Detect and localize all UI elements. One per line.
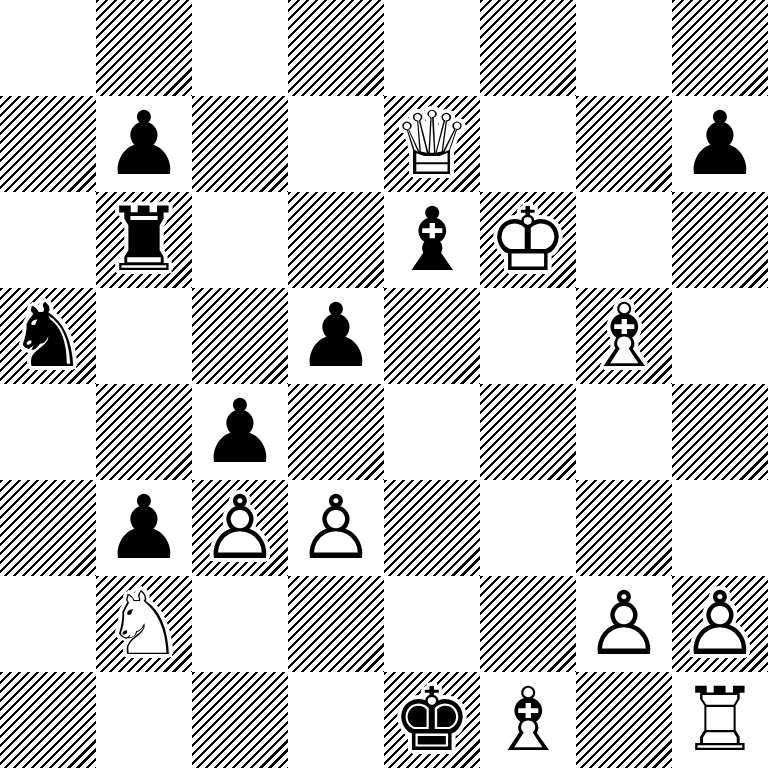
square-c1[interactable] — [192, 672, 288, 768]
square-d7[interactable] — [288, 96, 384, 192]
white-pawn-halo: ♟ — [672, 576, 768, 672]
square-c8[interactable] — [192, 0, 288, 96]
square-b3[interactable]: ♟♟ — [96, 480, 192, 576]
square-g3[interactable] — [576, 480, 672, 576]
white-knight: ♘ — [96, 576, 192, 672]
square-b6[interactable]: ♜♜ — [96, 192, 192, 288]
square-a5[interactable]: ♞♞ — [0, 288, 96, 384]
white-queen-halo: ♛ — [384, 96, 480, 192]
square-d8[interactable] — [288, 0, 384, 96]
square-e7[interactable]: ♛♕ — [384, 96, 480, 192]
square-d1[interactable] — [288, 672, 384, 768]
square-b8[interactable] — [96, 0, 192, 96]
square-g5[interactable]: ♝♗ — [576, 288, 672, 384]
white-bishop-halo: ♝ — [480, 672, 576, 768]
square-h6[interactable] — [672, 192, 768, 288]
square-g1[interactable] — [576, 672, 672, 768]
square-b1[interactable] — [96, 672, 192, 768]
white-pawn: ♙ — [672, 576, 768, 672]
black-pawn-halo: ♟ — [672, 96, 768, 192]
white-king: ♔ — [480, 192, 576, 288]
white-pawn: ♙ — [288, 480, 384, 576]
square-e5[interactable] — [384, 288, 480, 384]
square-e6[interactable]: ♝♝ — [384, 192, 480, 288]
black-pawn-halo: ♟ — [96, 480, 192, 576]
square-c3[interactable]: ♟♙ — [192, 480, 288, 576]
white-rook: ♖ — [672, 672, 768, 768]
square-b2[interactable]: ♞♘ — [96, 576, 192, 672]
square-a2[interactable] — [0, 576, 96, 672]
black-pawn: ♟ — [96, 480, 192, 576]
black-bishop-halo: ♝ — [384, 192, 480, 288]
black-pawn-halo: ♟ — [288, 288, 384, 384]
square-h8[interactable] — [672, 0, 768, 96]
black-knight: ♞ — [0, 288, 96, 384]
square-f5[interactable] — [480, 288, 576, 384]
square-g8[interactable] — [576, 0, 672, 96]
square-h5[interactable] — [672, 288, 768, 384]
square-d2[interactable] — [288, 576, 384, 672]
square-a6[interactable] — [0, 192, 96, 288]
square-b4[interactable] — [96, 384, 192, 480]
black-pawn: ♟ — [192, 384, 288, 480]
white-pawn: ♙ — [576, 576, 672, 672]
white-pawn-halo: ♟ — [576, 576, 672, 672]
square-d6[interactable] — [288, 192, 384, 288]
square-b5[interactable] — [96, 288, 192, 384]
square-f6[interactable]: ♚♔ — [480, 192, 576, 288]
square-f7[interactable] — [480, 96, 576, 192]
square-f1[interactable]: ♝♗ — [480, 672, 576, 768]
black-pawn: ♟ — [96, 96, 192, 192]
square-e4[interactable] — [384, 384, 480, 480]
square-e3[interactable] — [384, 480, 480, 576]
square-h1[interactable]: ♜♖ — [672, 672, 768, 768]
square-h2[interactable]: ♟♙ — [672, 576, 768, 672]
square-d4[interactable] — [288, 384, 384, 480]
square-c6[interactable] — [192, 192, 288, 288]
white-pawn: ♙ — [192, 480, 288, 576]
white-king-halo: ♚ — [480, 192, 576, 288]
square-f3[interactable] — [480, 480, 576, 576]
white-queen: ♕ — [384, 96, 480, 192]
square-a7[interactable] — [0, 96, 96, 192]
square-a3[interactable] — [0, 480, 96, 576]
black-bishop: ♝ — [384, 192, 480, 288]
white-pawn-halo: ♟ — [192, 480, 288, 576]
white-rook-halo: ♜ — [672, 672, 768, 768]
square-a1[interactable] — [0, 672, 96, 768]
white-pawn-halo: ♟ — [288, 480, 384, 576]
square-d3[interactable]: ♟♙ — [288, 480, 384, 576]
square-h7[interactable]: ♟♟ — [672, 96, 768, 192]
square-e1[interactable]: ♚♚ — [384, 672, 480, 768]
black-pawn: ♟ — [288, 288, 384, 384]
square-d5[interactable]: ♟♟ — [288, 288, 384, 384]
white-knight-halo: ♞ — [96, 576, 192, 672]
square-h4[interactable] — [672, 384, 768, 480]
square-c5[interactable] — [192, 288, 288, 384]
square-c2[interactable] — [192, 576, 288, 672]
chess-board: ♟♟♛♕♟♟♜♜♝♝♚♔♞♞♟♟♝♗♟♟♟♟♟♙♟♙♞♘♟♙♟♙♚♚♝♗♜♖ — [0, 0, 768, 768]
black-rook: ♜ — [96, 192, 192, 288]
square-g6[interactable] — [576, 192, 672, 288]
square-f8[interactable] — [480, 0, 576, 96]
white-bishop-halo: ♝ — [576, 288, 672, 384]
white-bishop: ♗ — [576, 288, 672, 384]
black-pawn-halo: ♟ — [96, 96, 192, 192]
square-g7[interactable] — [576, 96, 672, 192]
square-a4[interactable] — [0, 384, 96, 480]
square-f4[interactable] — [480, 384, 576, 480]
square-b7[interactable]: ♟♟ — [96, 96, 192, 192]
square-c7[interactable] — [192, 96, 288, 192]
black-pawn: ♟ — [672, 96, 768, 192]
white-bishop: ♗ — [480, 672, 576, 768]
black-king-halo: ♚ — [384, 672, 480, 768]
square-f2[interactable] — [480, 576, 576, 672]
square-e2[interactable] — [384, 576, 480, 672]
black-pawn-halo: ♟ — [192, 384, 288, 480]
black-king: ♚ — [384, 672, 480, 768]
black-rook-halo: ♜ — [96, 192, 192, 288]
black-knight-halo: ♞ — [0, 288, 96, 384]
square-g4[interactable] — [576, 384, 672, 480]
square-e8[interactable] — [384, 0, 480, 96]
square-g2[interactable]: ♟♙ — [576, 576, 672, 672]
square-h3[interactable] — [672, 480, 768, 576]
square-a8[interactable] — [0, 0, 96, 96]
square-c4[interactable]: ♟♟ — [192, 384, 288, 480]
